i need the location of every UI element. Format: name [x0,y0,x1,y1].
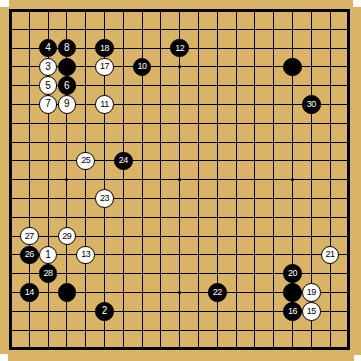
stone-white-15[interactable]: 15 [302,302,321,321]
star-point [65,178,68,181]
corner-notch-top-right [353,0,361,7]
stone-black-16[interactable]: 16 [283,302,302,321]
move-number: 5 [45,81,51,91]
handicap-stone-black[interactable] [283,58,302,77]
move-number: 8 [64,43,70,53]
move-number: 21 [326,250,335,259]
move-number: 4 [45,43,51,53]
move-number: 19 [307,288,316,297]
stone-white-1[interactable]: 1 [39,246,58,265]
stone-black-8[interactable]: 8 [58,39,77,58]
corner-notch-bottom-left [0,354,8,361]
stone-white-13[interactable]: 13 [76,246,95,265]
move-number: 23 [100,194,109,203]
move-number: 24 [119,156,128,165]
move-number: 7 [45,99,51,109]
stone-white-19[interactable]: 19 [302,283,321,302]
move-number: 2 [102,306,108,316]
stone-black-12[interactable]: 12 [170,39,189,58]
move-number: 10 [138,62,147,71]
move-number: 18 [100,44,109,53]
stone-black-30[interactable]: 30 [302,95,321,114]
move-number: 26 [25,250,34,259]
move-number: 1 [45,250,51,260]
stone-black-26[interactable]: 26 [20,246,39,265]
handicap-stone-black[interactable] [58,283,77,302]
move-number: 20 [288,269,297,278]
stone-black-20[interactable]: 20 [283,264,302,283]
move-number: 15 [307,307,316,316]
corner-notch-bottom-right [354,355,361,361]
stone-black-2[interactable]: 2 [95,302,114,321]
stone-black-18[interactable]: 18 [95,39,114,58]
stone-black-4[interactable]: 4 [39,39,58,58]
move-number: 6 [64,81,70,91]
move-number: 11 [100,100,108,109]
stone-white-7[interactable]: 7 [39,95,58,114]
star-point [178,291,181,294]
move-number: 29 [62,232,71,241]
stone-white-27[interactable]: 27 [20,227,39,246]
stone-black-14[interactable]: 14 [20,283,39,302]
stone-white-11[interactable]: 11 [95,95,114,114]
star-point [178,178,181,181]
stone-white-21[interactable]: 21 [321,246,340,265]
move-number: 22 [213,288,222,297]
star-point [178,65,181,68]
star-point [291,178,294,181]
move-number: 25 [81,156,90,165]
stone-black-10[interactable]: 10 [133,58,152,77]
move-number: 16 [288,307,297,316]
stone-white-5[interactable]: 5 [39,76,58,95]
move-number: 14 [25,288,34,297]
stone-black-24[interactable]: 24 [114,152,133,171]
move-number: 30 [307,100,316,109]
handicap-stone-black[interactable] [283,283,302,302]
move-number: 12 [175,44,184,53]
stone-black-22[interactable]: 22 [208,283,227,302]
move-number: 17 [100,62,109,71]
stone-white-23[interactable]: 23 [95,189,114,208]
stone-black-28[interactable]: 28 [39,264,58,283]
stone-white-9[interactable]: 9 [58,95,77,114]
stone-white-3[interactable]: 3 [39,58,58,77]
handicap-stone-black[interactable] [58,58,77,77]
move-number: 27 [25,232,34,241]
move-number: 13 [81,250,90,259]
move-number: 28 [44,269,53,278]
stone-black-6[interactable]: 6 [58,76,77,95]
board-grid[interactable]: 1234567891011121314151617181920212223242… [1,1,358,358]
go-board[interactable]: 1234567891011121314151617181920212223242… [0,0,361,361]
move-number: 3 [45,62,51,72]
stone-white-17[interactable]: 17 [95,58,114,77]
stone-white-25[interactable]: 25 [76,152,95,171]
move-number: 9 [64,99,70,109]
corner-notch-top-left [0,0,9,7]
stone-white-29[interactable]: 29 [58,227,77,246]
